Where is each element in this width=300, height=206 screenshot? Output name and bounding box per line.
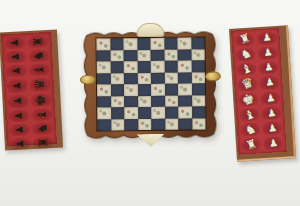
black-knight: ♞ [36, 123, 49, 134]
tray-slot: ♞ [235, 47, 256, 61]
square [97, 119, 111, 131]
tray-slot: ♝ [29, 63, 51, 76]
black-rook: ♜ [32, 36, 45, 47]
square [192, 106, 206, 118]
square [97, 107, 111, 119]
white-pawn: ♟ [266, 108, 276, 119]
tray-slot: ♞ [240, 123, 261, 137]
square [124, 119, 138, 131]
square [178, 38, 192, 50]
square [110, 38, 124, 50]
square [191, 60, 205, 72]
tray-slot: ♞ [32, 122, 54, 135]
square [191, 49, 205, 61]
tray-slot: ♜ [241, 137, 262, 151]
square [138, 107, 152, 119]
tray-slot: ♟ [9, 137, 31, 150]
square [151, 61, 165, 73]
white-rook: ♜ [244, 137, 258, 152]
square [151, 38, 165, 50]
square [97, 50, 111, 62]
tray-slot: ♜ [234, 32, 255, 46]
square [111, 119, 125, 131]
tray-slot: ♛ [29, 77, 51, 92]
square [165, 118, 179, 130]
square [124, 107, 138, 119]
square [110, 73, 124, 85]
white-pawn: ♟ [262, 47, 272, 58]
black-pawn: ♟ [12, 81, 22, 90]
square [164, 72, 178, 84]
black-piece-tray: ♟♜♟♞♟♝♟♛♟♚♟♝♟♞♟♜ [0, 30, 63, 151]
square [137, 49, 151, 61]
tray-slot: ♞ [28, 49, 50, 62]
white-pawn: ♟ [263, 62, 273, 73]
square [151, 118, 165, 130]
tray-slot: ♟ [258, 61, 279, 75]
tray-slot: ♟ [4, 36, 26, 49]
white-piece-tray: ♜♟♞♟♝♟♛♟♚♟♝♟♞♟♜♟ [229, 25, 296, 161]
square [138, 95, 152, 107]
black-pawn: ♟ [11, 52, 21, 61]
black-rook: ♜ [37, 137, 50, 148]
square [164, 38, 178, 50]
square [151, 72, 165, 84]
tray-slot: ♟ [6, 64, 28, 77]
square [137, 84, 151, 96]
square [151, 107, 165, 119]
black-pawn: ♟ [14, 125, 24, 134]
tray-slot: ♟ [262, 121, 283, 135]
chess-board [76, 21, 223, 149]
square [165, 95, 179, 107]
top-clasp [136, 23, 164, 37]
square [111, 107, 125, 119]
square [137, 61, 151, 73]
square [178, 107, 192, 119]
black-queen: ♛ [33, 78, 47, 91]
square [110, 84, 124, 96]
square [191, 83, 205, 95]
white-pawn: ♟ [265, 93, 275, 104]
square [124, 61, 138, 73]
white-tray-felt: ♜♟♞♟♝♟♛♟♚♟♝♟♞♟♜♟ [231, 28, 286, 155]
square [97, 84, 111, 96]
square [192, 95, 206, 107]
tray-slot: ♟ [9, 123, 31, 136]
square [138, 118, 152, 130]
square [97, 38, 111, 50]
white-king: ♚ [240, 91, 256, 108]
white-pawn: ♟ [267, 123, 277, 134]
board-grid [96, 36, 207, 131]
tray-slot: ♜ [32, 136, 54, 149]
square [124, 73, 138, 85]
tray-slot: ♟ [257, 46, 278, 60]
square [97, 96, 111, 108]
square [164, 49, 178, 61]
square [124, 96, 138, 108]
black-pawn: ♟ [14, 111, 24, 120]
tray-slot: ♟ [6, 78, 28, 93]
square [178, 118, 192, 130]
square [110, 50, 124, 62]
black-pawn: ♟ [10, 38, 20, 47]
tray-slot: ♝ [239, 108, 260, 122]
white-bishop: ♝ [242, 107, 256, 122]
white-rook: ♜ [238, 32, 252, 47]
black-pawn: ♟ [11, 66, 21, 75]
square [191, 37, 205, 49]
white-pawn: ♟ [264, 77, 274, 88]
tray-slot: ♚ [238, 92, 259, 107]
square [178, 95, 192, 107]
square [151, 84, 165, 96]
black-bishop: ♝ [33, 64, 46, 75]
square [151, 49, 165, 61]
chess-set-photo: ♟♜♟♞♟♝♟♛♟♚♟♝♟♞♟♜ ♜♟♞♟♝♟♛♟♚♟♝♟♞♟♜♟ [0, 0, 300, 206]
tray-slot: ♟ [5, 50, 27, 63]
black-knight: ♞ [32, 50, 45, 61]
square [192, 118, 206, 130]
square [110, 61, 124, 73]
square [151, 95, 165, 107]
square [178, 61, 192, 73]
white-pawn: ♟ [268, 137, 278, 148]
tray-slot: ♟ [8, 109, 30, 122]
square [164, 61, 178, 73]
square [178, 84, 192, 96]
tray-slot: ♟ [260, 91, 281, 106]
black-tray-felt: ♟♜♟♞♟♝♟♛♟♚♟♝♟♞♟♜ [1, 32, 57, 146]
square [97, 73, 111, 85]
white-knight: ♞ [243, 122, 257, 137]
black-king: ♚ [34, 93, 48, 106]
black-bishop: ♝ [36, 109, 49, 120]
square [164, 84, 178, 96]
square [97, 61, 111, 73]
square [165, 107, 179, 119]
tray-slot: ♟ [263, 136, 284, 150]
tray-slot: ♟ [259, 75, 280, 90]
white-pawn: ♟ [262, 33, 272, 44]
square [178, 72, 192, 84]
square [124, 38, 138, 50]
tray-slot: ♟ [7, 94, 29, 109]
tray-slot: ♟ [261, 106, 282, 120]
square [124, 50, 138, 62]
black-pawn: ♟ [15, 139, 25, 148]
tray-slot: ♟ [256, 31, 277, 45]
tray-slot: ♛ [237, 77, 258, 92]
square [178, 49, 192, 61]
square [124, 84, 138, 96]
square [111, 96, 125, 108]
square [137, 72, 151, 84]
square [137, 38, 151, 50]
tray-slot: ♝ [31, 108, 53, 121]
tray-slot: ♚ [30, 92, 52, 107]
tray-slot: ♜ [27, 35, 49, 48]
black-pawn: ♟ [13, 96, 23, 105]
square [191, 72, 205, 84]
white-knight: ♞ [238, 47, 252, 62]
